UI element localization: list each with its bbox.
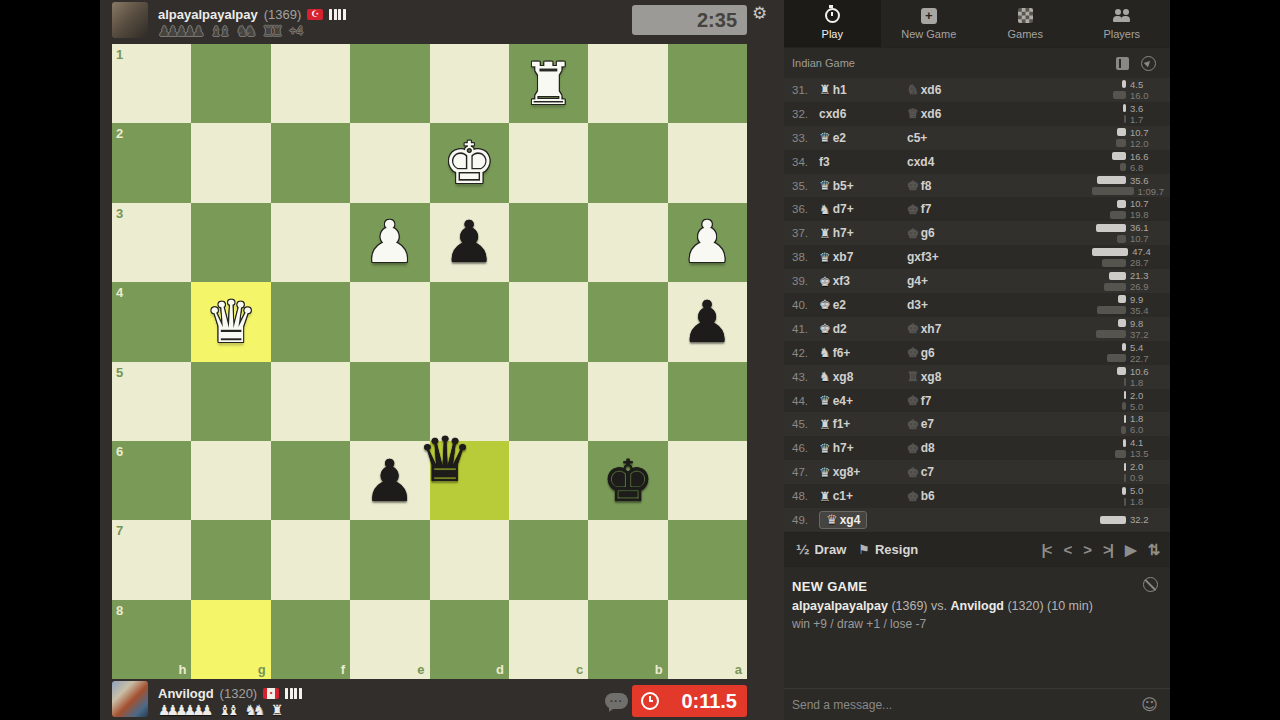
move-white[interactable]: ♜h1 bbox=[819, 83, 907, 97]
player-name[interactable]: Anvilogd bbox=[158, 686, 214, 701]
piece-icon: ♚ bbox=[907, 466, 919, 479]
move-number: 44. bbox=[792, 395, 819, 407]
nav-last-button[interactable]: >| bbox=[1103, 541, 1112, 558]
move-black[interactable]: d3+ bbox=[907, 298, 1092, 312]
move-times: 2.00.9 bbox=[1092, 462, 1170, 483]
square-g5[interactable] bbox=[191, 362, 270, 441]
move-row: 33.♛e2c5+10.712.0 bbox=[784, 126, 1170, 150]
piece-icon: ♞ bbox=[819, 370, 831, 383]
square-f7[interactable] bbox=[271, 520, 350, 599]
rank-label: 8 bbox=[116, 603, 123, 618]
move-white[interactable]: ♛e2 bbox=[819, 131, 907, 145]
white-p-piece: ♟ bbox=[668, 203, 747, 282]
nav-play-button[interactable]: ▶ bbox=[1125, 541, 1135, 559]
canada-flag-icon: • bbox=[263, 688, 279, 699]
board-icon bbox=[1018, 8, 1033, 23]
square-b1[interactable] bbox=[588, 44, 667, 123]
explorer-icon[interactable] bbox=[1141, 56, 1156, 71]
move-navigation: |<<>>|▶⇅ bbox=[918, 541, 1170, 559]
file-label: a bbox=[735, 662, 742, 677]
move-row: 36.♞d7+♚f710.719.8 bbox=[784, 197, 1170, 221]
piece-icon: ♚ bbox=[907, 203, 919, 216]
move-row: 39.♚xf3g4+21.326.9 bbox=[784, 269, 1170, 293]
move-white[interactable]: ♚xf3 bbox=[819, 274, 907, 288]
player-clock: 0:11.5 bbox=[632, 685, 747, 717]
move-number: 49. bbox=[792, 514, 819, 526]
move-times: 32.2 bbox=[1092, 515, 1170, 525]
flip-board-button[interactable]: ⇅ bbox=[1147, 541, 1158, 559]
square-a2[interactable] bbox=[668, 123, 747, 202]
rank-label: 5 bbox=[116, 365, 123, 380]
content-area: alpayalpayalpay (1369) ☪ ♟♟♟♟♟♝♝♞♞♜♜+4 2… bbox=[100, 0, 1170, 720]
plus-square-icon: + bbox=[921, 8, 937, 24]
square-e6[interactable]: ♟ bbox=[350, 441, 429, 520]
move-number: 32. bbox=[792, 108, 819, 120]
file-label: f bbox=[341, 662, 345, 677]
captured-pieces-top: ♟♟♟♟♟♝♝♞♞♜♜+4 bbox=[158, 23, 346, 38]
move-number: 33. bbox=[792, 132, 819, 144]
chess-board: 1♜2♚3♟♟♟4♛♟56♟♚78hgfedcba♛ bbox=[112, 44, 747, 679]
move-times: 4.516.0 bbox=[1092, 79, 1170, 100]
move-white[interactable]: ♞xg8 bbox=[819, 370, 907, 384]
move-row: 32.cxd6♛xd63.61.7 bbox=[784, 102, 1170, 126]
file-label: b bbox=[655, 662, 663, 677]
move-black[interactable]: ♚e7 bbox=[907, 417, 1092, 431]
square-e1[interactable] bbox=[350, 44, 429, 123]
square-h7[interactable]: 7 bbox=[112, 520, 191, 599]
move-times: 4.113.5 bbox=[1092, 438, 1170, 459]
square-e2[interactable] bbox=[350, 123, 429, 202]
piece-icon: ♜ bbox=[819, 83, 831, 96]
move-black[interactable]: ♚g6 bbox=[907, 346, 1092, 360]
opponent-clock: 2:35 bbox=[632, 5, 747, 35]
chat-bar: ☺ bbox=[784, 688, 1170, 720]
piece-icon: ♛ bbox=[819, 466, 831, 479]
matchup-line: alpayalpayalpay (1369) vs. Anvilogd (132… bbox=[792, 599, 1160, 613]
captured-pieces-bottom: ♟♟♟♟♟♟♝♝♞♞♜ bbox=[158, 702, 302, 717]
move-black[interactable]: ♚f7 bbox=[907, 394, 1092, 408]
square-c4[interactable] bbox=[509, 282, 588, 361]
square-f3[interactable] bbox=[271, 203, 350, 282]
move-times: 36.110.7 bbox=[1092, 223, 1170, 244]
move-row: 31.♜h1♞xd64.516.0 bbox=[784, 78, 1170, 102]
piece-icon: ♜ bbox=[819, 227, 831, 240]
tab-play[interactable]: Play bbox=[784, 0, 881, 47]
opening-book-icon[interactable] bbox=[1116, 57, 1129, 70]
rating-odds: win +9 / draw +1 / lose -7 bbox=[792, 617, 1160, 631]
square-b3[interactable] bbox=[588, 203, 667, 282]
piece-icon: ♚ bbox=[819, 298, 831, 311]
move-row: 40.♚e2d3+9.935.4 bbox=[784, 293, 1170, 317]
file-label: g bbox=[258, 662, 266, 677]
move-list: 31.♜h1♞xd64.516.032.cxd6♛xd63.61.733.♛e2… bbox=[784, 78, 1170, 532]
move-black[interactable]: ♚g6 bbox=[907, 226, 1092, 240]
resign-flag-icon: ⚑ bbox=[858, 542, 870, 557]
move-white[interactable]: f3 bbox=[819, 155, 907, 169]
move-row: 35.♛b5+♚f835.61:09.7 bbox=[784, 174, 1170, 198]
move-black[interactable]: g4+ bbox=[907, 274, 1092, 288]
move-times: 10.712.0 bbox=[1092, 127, 1170, 148]
square-g7[interactable] bbox=[191, 520, 270, 599]
player-rating: (1320) bbox=[220, 686, 258, 701]
game-controls: ½ Draw ⚑ Resign |<<>>|▶⇅ bbox=[784, 532, 1170, 566]
move-row: 42.♞f6+♚g65.422.7 bbox=[784, 341, 1170, 365]
move-black[interactable]: ♜xg8 bbox=[907, 370, 1092, 384]
square-b4[interactable] bbox=[588, 282, 667, 361]
move-row: 49.♛xg432.2 bbox=[784, 508, 1170, 532]
move-times: 5.01.8 bbox=[1092, 486, 1170, 507]
move-white[interactable]: ♛b5+ bbox=[819, 179, 907, 193]
opening-row: Indian Game bbox=[784, 48, 1170, 78]
piece-icon: ♞ bbox=[907, 83, 919, 96]
piece-icon: ♜ bbox=[819, 418, 831, 431]
half-point-icon: ½ bbox=[796, 542, 809, 557]
square-h5[interactable]: 5 bbox=[112, 362, 191, 441]
move-row: 43.♞xg8♜xg810.61.8 bbox=[784, 365, 1170, 389]
piece-icon: ♛ bbox=[819, 251, 831, 264]
move-times: 10.61.8 bbox=[1092, 366, 1170, 387]
square-a8[interactable]: a bbox=[668, 600, 747, 679]
piece-icon: ♛ bbox=[819, 442, 831, 455]
emoji-smiley-icon[interactable]: ☺ bbox=[1141, 695, 1158, 714]
move-white[interactable]: cxd6 bbox=[819, 107, 907, 121]
file-label: h bbox=[178, 662, 186, 677]
square-a7[interactable] bbox=[668, 520, 747, 599]
move-white[interactable]: ♜h7+ bbox=[819, 226, 907, 240]
move-number: 38. bbox=[792, 251, 819, 263]
move-times: 9.837.2 bbox=[1092, 318, 1170, 339]
square-h2[interactable]: 2 bbox=[112, 123, 191, 202]
chat-bubble-icon[interactable]: ··· bbox=[605, 693, 628, 709]
piece-icon: ♚ bbox=[907, 442, 919, 455]
rank-label: 7 bbox=[116, 523, 123, 538]
piece-icon: ♛ bbox=[907, 107, 919, 120]
move-number: 35. bbox=[792, 180, 819, 192]
top-player-bar: alpayalpayalpay (1369) ☪ ♟♟♟♟♟♝♝♞♞♜♜+4 bbox=[112, 2, 346, 42]
move-white[interactable]: ♞f6+ bbox=[819, 346, 907, 360]
square-d2[interactable]: ♚ bbox=[430, 123, 509, 202]
opening-name: Indian Game bbox=[792, 57, 1116, 69]
square-f6[interactable] bbox=[271, 441, 350, 520]
move-black[interactable]: ♚c7 bbox=[907, 465, 1092, 479]
piece-icon: ♞ bbox=[819, 203, 831, 216]
move-row: 47.♛xg8+♚c72.00.9 bbox=[784, 460, 1170, 484]
piece-icon: ♚ bbox=[907, 394, 919, 407]
square-h4[interactable]: 4 bbox=[112, 282, 191, 361]
move-times: 5.422.7 bbox=[1092, 342, 1170, 363]
square-c8[interactable]: c bbox=[509, 600, 588, 679]
move-number: 45. bbox=[792, 418, 819, 430]
square-d8[interactable]: d bbox=[430, 600, 509, 679]
black-p-piece: ♟ bbox=[668, 282, 747, 361]
nav-first-button[interactable]: |< bbox=[1041, 541, 1050, 558]
move-row: 45.♜f1+♚e71.86.0 bbox=[784, 412, 1170, 436]
move-white[interactable]: ♛xg8+ bbox=[819, 465, 907, 479]
app-window: alpayalpayalpay (1369) ☪ ♟♟♟♟♟♝♝♞♞♜♜+4 2… bbox=[0, 0, 1280, 720]
people-icon bbox=[1113, 9, 1131, 22]
square-b6[interactable]: ♚ bbox=[588, 441, 667, 520]
move-row: 41.♚d2♚xh79.837.2 bbox=[784, 317, 1170, 341]
move-row: 46.♛h7+♚d84.113.5 bbox=[784, 436, 1170, 460]
square-g8[interactable]: g bbox=[191, 600, 270, 679]
square-a5[interactable] bbox=[668, 362, 747, 441]
player-rating: (1369) bbox=[264, 7, 302, 22]
piece-icon: ♛ bbox=[819, 131, 831, 144]
move-row: 34.f3cxd416.66.8 bbox=[784, 150, 1170, 174]
move-number: 31. bbox=[792, 84, 819, 96]
move-row: 37.♜h7+♚g636.110.7 bbox=[784, 221, 1170, 245]
square-c7[interactable] bbox=[509, 520, 588, 599]
move-white[interactable]: ♜f1+ bbox=[819, 417, 907, 431]
move-times: 2.05.0 bbox=[1092, 390, 1170, 411]
move-number: 37. bbox=[792, 227, 819, 239]
stopwatch-icon bbox=[825, 8, 840, 23]
draw-button[interactable]: ½ Draw bbox=[796, 542, 846, 557]
square-g4[interactable]: ♛ bbox=[191, 282, 270, 361]
piece-icon: ♛ bbox=[819, 179, 831, 192]
move-number: 41. bbox=[792, 323, 819, 335]
connection-signal-icon bbox=[285, 688, 302, 699]
move-row: 38.♛xb7gxf3+47.428.7 bbox=[784, 245, 1170, 269]
move-white[interactable]: ♛e4+ bbox=[819, 394, 907, 408]
piece-icon: ♛ bbox=[819, 394, 831, 407]
square-d1[interactable] bbox=[430, 44, 509, 123]
tab-new-game[interactable]: +New Game bbox=[881, 0, 978, 47]
move-number: 36. bbox=[792, 203, 819, 215]
move-black[interactable]: ♚d8 bbox=[907, 441, 1092, 455]
rank-label: 1 bbox=[116, 47, 123, 62]
move-row: 44.♛e4+♚f72.05.0 bbox=[784, 389, 1170, 413]
new-game-header: NEW GAME bbox=[792, 579, 1160, 594]
square-c6[interactable] bbox=[509, 441, 588, 520]
square-b5[interactable] bbox=[588, 362, 667, 441]
tab-games[interactable]: Games bbox=[977, 0, 1074, 47]
square-d5[interactable] bbox=[430, 362, 509, 441]
square-b8[interactable]: b bbox=[588, 600, 667, 679]
square-d3[interactable]: ♟ bbox=[430, 203, 509, 282]
move-row: 48.♜c1+♚b65.01.8 bbox=[784, 484, 1170, 508]
file-label: d bbox=[496, 662, 504, 677]
move-white[interactable]: ♛xb7 bbox=[819, 250, 907, 264]
piece-icon: ♞ bbox=[819, 346, 831, 359]
piece-icon: ♚ bbox=[907, 322, 919, 335]
new-game-panel: NEW GAME alpayalpayalpay (1369) vs. Anvi… bbox=[784, 566, 1170, 646]
message-input[interactable] bbox=[784, 697, 1141, 713]
resign-button[interactable]: ⚑ Resign bbox=[858, 542, 918, 557]
move-times: 16.66.8 bbox=[1092, 151, 1170, 172]
move-black[interactable]: ♚xh7 bbox=[907, 322, 1092, 336]
move-times: 35.61:09.7 bbox=[1092, 175, 1170, 196]
rank-label: 2 bbox=[116, 126, 123, 141]
white-r-piece: ♜ bbox=[509, 44, 588, 123]
black-p-piece: ♟ bbox=[430, 203, 509, 282]
piece-icon: ♚ bbox=[819, 322, 831, 335]
tab-bar: Play+New GameGamesPlayers bbox=[784, 0, 1170, 48]
move-white[interactable]: ♞d7+ bbox=[819, 202, 907, 216]
avatar[interactable] bbox=[112, 2, 148, 38]
move-black[interactable]: ♚b6 bbox=[907, 489, 1092, 503]
clock-icon bbox=[641, 692, 659, 710]
file-label: c bbox=[576, 662, 583, 677]
square-e4[interactable] bbox=[350, 282, 429, 361]
side-panel: Play+New GameGamesPlayers Indian Game 31… bbox=[784, 0, 1170, 720]
piece-icon: ♚ bbox=[907, 490, 919, 503]
move-white[interactable]: ♛xg4 bbox=[819, 511, 907, 529]
move-number: 40. bbox=[792, 299, 819, 311]
square-c2[interactable] bbox=[509, 123, 588, 202]
player-name[interactable]: alpayalpayalpay bbox=[158, 7, 258, 22]
move-black[interactable]: c5+ bbox=[907, 131, 1092, 145]
square-h6[interactable]: 6 bbox=[112, 441, 191, 520]
move-white[interactable]: ♜c1+ bbox=[819, 489, 907, 503]
settings-gear-icon[interactable]: ⚙ bbox=[752, 3, 767, 23]
move-number: 43. bbox=[792, 371, 819, 383]
square-a4[interactable]: ♟ bbox=[668, 282, 747, 361]
move-white[interactable]: ♚d2 bbox=[819, 322, 907, 336]
square-e3[interactable]: ♟ bbox=[350, 203, 429, 282]
move-black[interactable]: ♞xd6 bbox=[907, 83, 1092, 97]
piece-icon: ♚ bbox=[907, 179, 919, 192]
white-q-piece: ♛ bbox=[191, 282, 270, 361]
connection-signal-icon bbox=[329, 9, 346, 20]
piece-icon: ♛ bbox=[826, 513, 838, 526]
chat-muted-icon[interactable] bbox=[1143, 577, 1158, 592]
piece-icon: ♚ bbox=[907, 227, 919, 240]
move-number: 48. bbox=[792, 490, 819, 502]
move-number: 47. bbox=[792, 466, 819, 478]
piece-icon: ♚ bbox=[819, 275, 831, 288]
move-number: 39. bbox=[792, 275, 819, 287]
move-times: 1.86.0 bbox=[1092, 414, 1170, 435]
move-black[interactable]: ♚f7 bbox=[907, 202, 1092, 216]
move-number: 42. bbox=[792, 347, 819, 359]
square-d6[interactable] bbox=[430, 441, 509, 520]
square-c1[interactable]: ♜ bbox=[509, 44, 588, 123]
move-black[interactable]: cxd4 bbox=[907, 155, 1092, 169]
white-p-piece: ♟ bbox=[350, 203, 429, 282]
nav-next-button[interactable]: > bbox=[1083, 541, 1090, 558]
square-e7[interactable] bbox=[350, 520, 429, 599]
square-e5[interactable] bbox=[350, 362, 429, 441]
square-h1[interactable]: 1 bbox=[112, 44, 191, 123]
bottom-player-bar: Anvilogd (1320) • ♟♟♟♟♟♟♝♝♞♞♜ bbox=[112, 681, 302, 720]
move-number: 46. bbox=[792, 442, 819, 454]
piece-icon: ♜ bbox=[907, 370, 919, 383]
square-b2[interactable] bbox=[588, 123, 667, 202]
square-d7[interactable] bbox=[430, 520, 509, 599]
square-f8[interactable]: f bbox=[271, 600, 350, 679]
rank-label: 3 bbox=[116, 206, 123, 221]
nav-prev-button[interactable]: < bbox=[1063, 541, 1070, 558]
square-g6[interactable] bbox=[191, 441, 270, 520]
square-g2[interactable] bbox=[191, 123, 270, 202]
turkey-flag-icon: ☪ bbox=[307, 9, 323, 20]
move-times: 47.428.7 bbox=[1092, 247, 1170, 268]
piece-icon: ♚ bbox=[907, 346, 919, 359]
square-g3[interactable] bbox=[191, 203, 270, 282]
square-f4[interactable] bbox=[271, 282, 350, 361]
file-label: e bbox=[417, 662, 424, 677]
square-a3[interactable]: ♟ bbox=[668, 203, 747, 282]
square-a1[interactable] bbox=[668, 44, 747, 123]
move-black[interactable]: ♚f8 bbox=[907, 179, 1092, 193]
avatar[interactable] bbox=[112, 681, 148, 717]
move-times: 10.719.8 bbox=[1092, 199, 1170, 220]
square-e8[interactable]: e bbox=[350, 600, 429, 679]
white-k-piece: ♚ bbox=[430, 123, 509, 202]
square-h8[interactable]: 8h bbox=[112, 600, 191, 679]
square-f1[interactable] bbox=[271, 44, 350, 123]
move-white[interactable]: ♛h7+ bbox=[819, 441, 907, 455]
piece-icon: ♚ bbox=[907, 418, 919, 431]
square-d4[interactable] bbox=[430, 282, 509, 361]
rank-label: 6 bbox=[116, 444, 123, 459]
square-b7[interactable] bbox=[588, 520, 667, 599]
square-h3[interactable]: 3 bbox=[112, 203, 191, 282]
black-k-piece: ♚ bbox=[588, 441, 667, 520]
move-white[interactable]: ♚e2 bbox=[819, 298, 907, 312]
square-a6[interactable] bbox=[668, 441, 747, 520]
square-c5[interactable] bbox=[509, 362, 588, 441]
tab-players[interactable]: Players bbox=[1074, 0, 1171, 47]
move-black[interactable]: gxf3+ bbox=[907, 250, 1092, 264]
move-number: 34. bbox=[792, 156, 819, 168]
rank-label: 4 bbox=[116, 285, 123, 300]
move-times: 3.61.7 bbox=[1092, 103, 1170, 124]
move-times: 9.935.4 bbox=[1092, 294, 1170, 315]
square-f2[interactable] bbox=[271, 123, 350, 202]
square-f5[interactable] bbox=[271, 362, 350, 441]
piece-icon: ♜ bbox=[819, 490, 831, 503]
black-p-piece: ♟ bbox=[350, 441, 429, 520]
square-g1[interactable] bbox=[191, 44, 270, 123]
move-times: 21.326.9 bbox=[1092, 271, 1170, 292]
move-black[interactable]: ♛xd6 bbox=[907, 107, 1092, 121]
square-c3[interactable] bbox=[509, 203, 588, 282]
